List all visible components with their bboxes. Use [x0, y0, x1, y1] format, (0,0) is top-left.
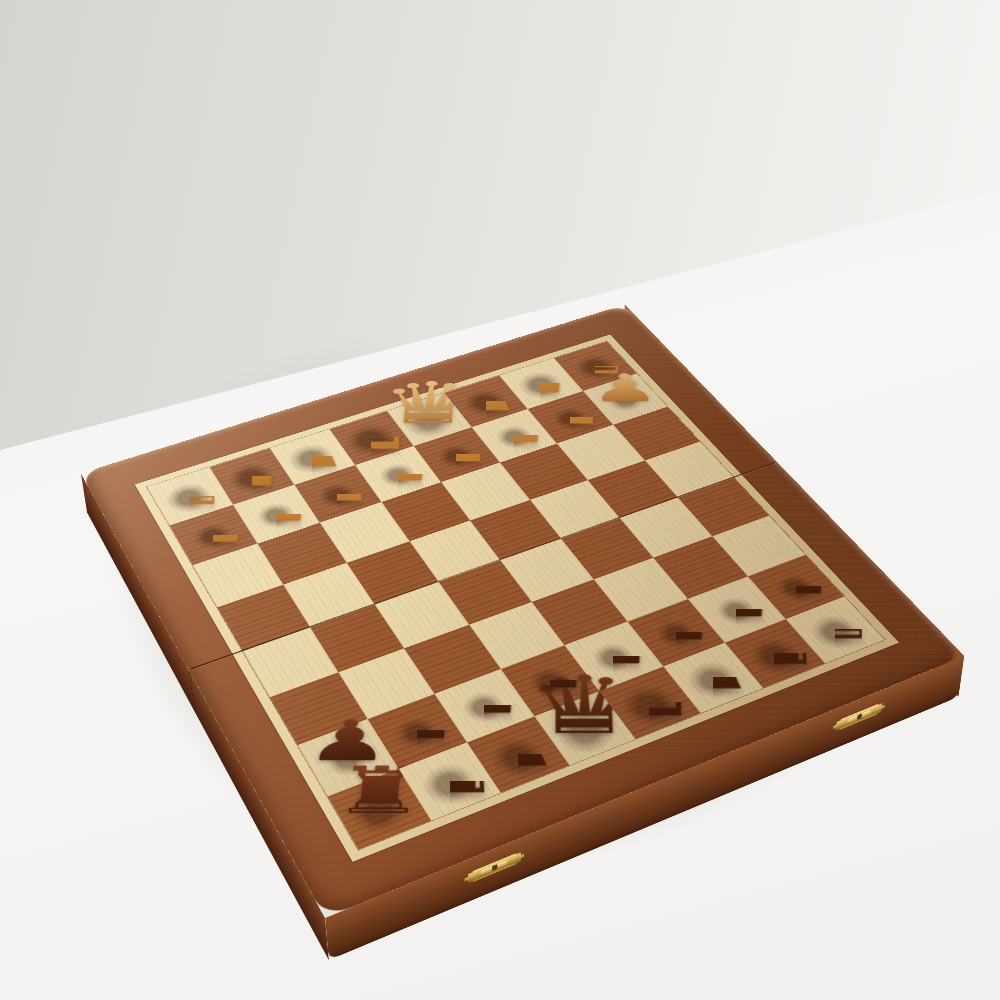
chess-board-box: ♜♞♝♚♛♝♞♜♟♟♟♟♟♟♟♟♟♟♟♟♟♟♟♟♜♞♝♛♚♝♞♜ — [81, 305, 964, 919]
brass-latch-icon — [464, 850, 524, 886]
photo-scene: ♜♞♝♚♛♝♞♜♟♟♟♟♟♟♟♟♟♟♟♟♟♟♟♟♜♞♝♛♚♝♞♜ — [0, 0, 1000, 1000]
board-square[interactable]: ♟ — [169, 505, 257, 566]
brass-latch-icon — [833, 701, 886, 733]
board-square[interactable] — [193, 544, 283, 607]
board-square[interactable]: ♚ — [599, 666, 700, 739]
board-square[interactable]: ♜ — [327, 769, 430, 850]
perspective-stage: ♜♞♝♚♛♝♞♜♟♟♟♟♟♟♟♟♟♟♟♟♟♟♟♟♜♞♝♛♚♝♞♜ — [0, 0, 1000, 1000]
